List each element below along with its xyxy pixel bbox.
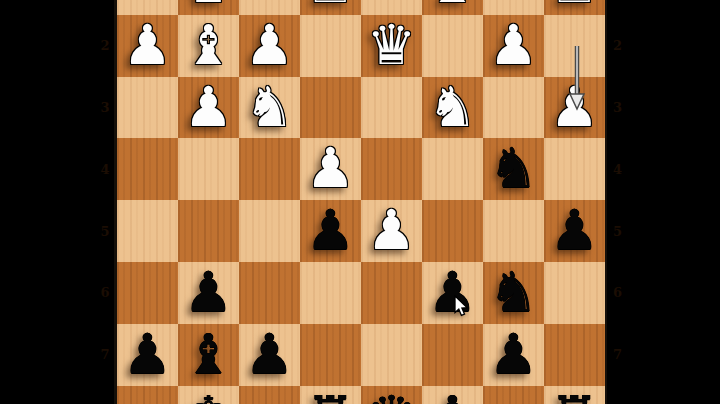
square-d6[interactable] bbox=[361, 262, 422, 324]
square-g4[interactable] bbox=[178, 138, 239, 200]
square-e6[interactable] bbox=[300, 262, 361, 324]
square-d8[interactable]: ♛ bbox=[361, 386, 422, 404]
white-queen-d2[interactable]: ♛ bbox=[367, 15, 416, 77]
black-pawn-b7[interactable]: ♟ bbox=[489, 324, 538, 386]
rank-label-left-2: 2 bbox=[96, 15, 114, 77]
square-e4[interactable]: ♟ bbox=[300, 138, 361, 200]
white-bishop-g2[interactable]: ♝ bbox=[184, 15, 233, 77]
square-g8[interactable]: ♚ bbox=[178, 386, 239, 404]
rank-label-left-6: 6 bbox=[96, 262, 114, 324]
rank-label-right-6: 6 bbox=[607, 262, 628, 324]
black-rook-a8[interactable]: ♜ bbox=[550, 386, 599, 404]
square-b8[interactable] bbox=[483, 386, 544, 404]
square-e5[interactable]: ♟ bbox=[300, 200, 361, 262]
square-b6[interactable]: ♞ bbox=[483, 262, 544, 324]
square-a2[interactable] bbox=[544, 15, 605, 77]
square-d4[interactable] bbox=[361, 138, 422, 200]
rank-label-right-2: 2 bbox=[607, 15, 628, 77]
square-b5[interactable] bbox=[483, 200, 544, 262]
rank-label-left-1: 1 bbox=[96, 0, 114, 15]
square-f3[interactable]: ♞ bbox=[239, 77, 300, 139]
square-g7[interactable]: ♝ bbox=[178, 324, 239, 386]
square-f2[interactable]: ♟ bbox=[239, 15, 300, 77]
square-a5[interactable]: ♟ bbox=[544, 200, 605, 262]
square-d3[interactable] bbox=[361, 77, 422, 139]
black-king-g8[interactable]: ♚ bbox=[184, 386, 233, 404]
rank-label-left-4: 4 bbox=[96, 138, 114, 200]
white-pawn-f2[interactable]: ♟ bbox=[245, 15, 294, 77]
square-c5[interactable] bbox=[422, 200, 483, 262]
white-knight-c3[interactable]: ♞ bbox=[428, 77, 477, 139]
square-e7[interactable] bbox=[300, 324, 361, 386]
white-pawn-h2[interactable]: ♟ bbox=[123, 15, 172, 77]
black-pawn-g6[interactable]: ♟ bbox=[184, 262, 233, 324]
board-frame-right: 12345678 bbox=[607, 0, 628, 404]
square-h4[interactable] bbox=[117, 138, 178, 200]
black-rook-e8[interactable]: ♜ bbox=[306, 386, 355, 404]
black-knight-b6[interactable]: ♞ bbox=[489, 262, 538, 324]
square-a8[interactable]: ♜ bbox=[544, 386, 605, 404]
white-pawn-b2[interactable]: ♟ bbox=[489, 15, 538, 77]
square-b4[interactable]: ♞ bbox=[483, 138, 544, 200]
black-pawn-c6[interactable]: ♟ bbox=[428, 262, 477, 324]
rank-label-left-7: 7 bbox=[96, 324, 114, 386]
square-b7[interactable]: ♟ bbox=[483, 324, 544, 386]
square-f8[interactable] bbox=[239, 386, 300, 404]
square-f7[interactable]: ♟ bbox=[239, 324, 300, 386]
square-c6[interactable]: ♟ bbox=[422, 262, 483, 324]
square-c7[interactable] bbox=[422, 324, 483, 386]
square-c3[interactable]: ♞ bbox=[422, 77, 483, 139]
black-pawn-e5[interactable]: ♟ bbox=[306, 200, 355, 262]
rank-label-right-8: 8 bbox=[607, 386, 628, 404]
white-knight-f3[interactable]: ♞ bbox=[245, 77, 294, 139]
rank-label-left-8: 8 bbox=[96, 386, 114, 404]
black-queen-d8[interactable]: ♛ bbox=[367, 386, 416, 404]
square-g5[interactable] bbox=[178, 200, 239, 262]
square-a6[interactable] bbox=[544, 262, 605, 324]
black-pawn-h7[interactable]: ♟ bbox=[123, 324, 172, 386]
chess-board: ♚♜♝♜♟♝♟♛♟♟♞♞♟♟♞♟♟♟♟♟♞♟♝♟♟♚♜♛♝♜ bbox=[114, 0, 607, 404]
rank-label-left-3: 3 bbox=[96, 77, 114, 139]
rank-label-right-4: 4 bbox=[607, 138, 628, 200]
square-h2[interactable]: ♟ bbox=[117, 15, 178, 77]
square-h7[interactable]: ♟ bbox=[117, 324, 178, 386]
square-a3[interactable]: ♟ bbox=[544, 77, 605, 139]
square-h3[interactable] bbox=[117, 77, 178, 139]
square-c2[interactable] bbox=[422, 15, 483, 77]
white-rook-e1[interactable]: ♜ bbox=[306, 0, 355, 15]
white-pawn-d5[interactable]: ♟ bbox=[367, 200, 416, 262]
square-e1[interactable]: ♜ bbox=[300, 0, 361, 15]
white-pawn-e4[interactable]: ♟ bbox=[306, 138, 355, 200]
white-bishop-c1[interactable]: ♝ bbox=[428, 0, 477, 15]
board-frame-left: 12345678 bbox=[96, 0, 114, 404]
square-c1[interactable]: ♝ bbox=[422, 0, 483, 15]
square-g2[interactable]: ♝ bbox=[178, 15, 239, 77]
rank-labels-right: 12345678 bbox=[607, 0, 628, 404]
square-f6[interactable] bbox=[239, 262, 300, 324]
white-pawn-a3[interactable]: ♟ bbox=[550, 77, 599, 139]
square-b2[interactable]: ♟ bbox=[483, 15, 544, 77]
rank-label-left-5: 5 bbox=[96, 200, 114, 262]
square-h6[interactable] bbox=[117, 262, 178, 324]
rank-label-right-7: 7 bbox=[607, 324, 628, 386]
video-frame: 12345678 ♚♜♝♜♟♝♟♛♟♟♞♞♟♟♞♟♟♟♟♟♞♟♝♟♟♚♜♛♝♜ … bbox=[0, 0, 720, 404]
square-b3[interactable] bbox=[483, 77, 544, 139]
square-d7[interactable] bbox=[361, 324, 422, 386]
rank-label-right-5: 5 bbox=[607, 200, 628, 262]
square-g6[interactable]: ♟ bbox=[178, 262, 239, 324]
square-f4[interactable] bbox=[239, 138, 300, 200]
square-c8[interactable]: ♝ bbox=[422, 386, 483, 404]
rank-label-right-1: 1 bbox=[607, 0, 628, 15]
square-e2[interactable] bbox=[300, 15, 361, 77]
square-e8[interactable]: ♜ bbox=[300, 386, 361, 404]
square-h8[interactable] bbox=[117, 386, 178, 404]
square-d2[interactable]: ♛ bbox=[361, 15, 422, 77]
square-g3[interactable]: ♟ bbox=[178, 77, 239, 139]
square-a1[interactable]: ♜ bbox=[544, 0, 605, 15]
square-e3[interactable] bbox=[300, 77, 361, 139]
white-pawn-g3[interactable]: ♟ bbox=[184, 77, 233, 139]
black-pawn-a5[interactable]: ♟ bbox=[550, 200, 599, 262]
square-f5[interactable] bbox=[239, 200, 300, 262]
black-pawn-f7[interactable]: ♟ bbox=[245, 324, 294, 386]
black-knight-b4[interactable]: ♞ bbox=[489, 138, 538, 200]
black-bishop-g7[interactable]: ♝ bbox=[184, 324, 233, 386]
rank-label-right-3: 3 bbox=[607, 77, 628, 139]
rank-labels-left: 12345678 bbox=[96, 0, 114, 404]
white-rook-a1[interactable]: ♜ bbox=[550, 0, 599, 15]
square-d5[interactable]: ♟ bbox=[361, 200, 422, 262]
square-a4[interactable] bbox=[544, 138, 605, 200]
square-a7[interactable] bbox=[544, 324, 605, 386]
square-c4[interactable] bbox=[422, 138, 483, 200]
square-h5[interactable] bbox=[117, 200, 178, 262]
black-bishop-c8[interactable]: ♝ bbox=[428, 386, 477, 404]
